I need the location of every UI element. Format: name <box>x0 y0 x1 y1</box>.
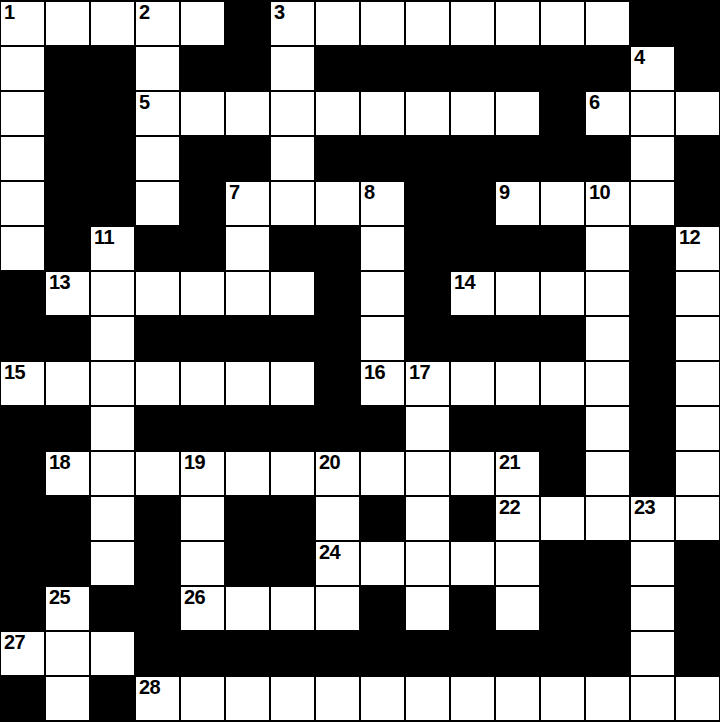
black-cell-r12c13 <box>585 541 630 586</box>
cell-r10c6[interactable] <box>270 451 315 496</box>
black-cell-r13c10 <box>450 586 495 631</box>
cell-r11c7[interactable] <box>315 496 360 541</box>
cell-r0c2[interactable] <box>90 1 135 46</box>
black-cell-r14c4 <box>180 631 225 676</box>
black-cell-r5c4 <box>180 226 225 271</box>
cell-r2c10[interactable] <box>450 91 495 136</box>
black-cell-r3c12 <box>540 136 585 181</box>
black-cell-r6c0 <box>0 271 45 316</box>
cell-r8c13[interactable] <box>585 361 630 406</box>
cell-r12c9[interactable] <box>405 541 450 586</box>
clue-number-14: 14 <box>454 272 475 293</box>
cell-r5c8[interactable] <box>360 226 405 271</box>
black-cell-r7c7 <box>315 316 360 361</box>
black-cell-r1c8 <box>360 46 405 91</box>
cell-r4c11[interactable]: 9 <box>495 181 540 226</box>
cell-r4c5[interactable]: 7 <box>225 181 270 226</box>
black-cell-r7c14 <box>630 316 675 361</box>
clue-number-24: 24 <box>319 542 340 563</box>
black-cell-r4c4 <box>180 181 225 226</box>
black-cell-r6c9 <box>405 271 450 316</box>
black-cell-r11c10 <box>450 496 495 541</box>
clue-number-26: 26 <box>184 587 205 608</box>
black-cell-r14c3 <box>135 631 180 676</box>
cell-r3c6[interactable] <box>270 136 315 181</box>
black-cell-r0c15 <box>675 1 720 46</box>
black-cell-r13c2 <box>90 586 135 631</box>
cell-r11c2[interactable] <box>90 496 135 541</box>
cell-r15c8[interactable] <box>360 676 405 721</box>
cell-r5c2[interactable]: 11 <box>90 226 135 271</box>
black-cell-r11c6 <box>270 496 315 541</box>
cell-r15c12[interactable] <box>540 676 585 721</box>
cell-r6c13[interactable] <box>585 271 630 316</box>
black-cell-r11c8 <box>360 496 405 541</box>
clue-number-1: 1 <box>4 2 15 23</box>
cell-r10c10[interactable] <box>450 451 495 496</box>
black-cell-r13c8 <box>360 586 405 631</box>
crossword-board: 1234567891011121314151617181920212223242… <box>0 0 720 722</box>
cell-r8c2[interactable] <box>90 361 135 406</box>
cell-r6c1[interactable]: 13 <box>45 271 90 316</box>
cell-r15c3[interactable]: 28 <box>135 676 180 721</box>
black-cell-r3c4 <box>180 136 225 181</box>
cell-r8c6[interactable] <box>270 361 315 406</box>
cell-r10c4[interactable]: 19 <box>180 451 225 496</box>
cell-r1c14[interactable]: 4 <box>630 46 675 91</box>
black-cell-r5c6 <box>270 226 315 271</box>
black-cell-r7c12 <box>540 316 585 361</box>
black-cell-r1c11 <box>495 46 540 91</box>
cell-r10c9[interactable] <box>405 451 450 496</box>
cell-r6c2[interactable] <box>90 271 135 316</box>
black-cell-r14c9 <box>405 631 450 676</box>
clue-number-19: 19 <box>184 452 205 473</box>
black-cell-r3c7 <box>315 136 360 181</box>
black-cell-r7c1 <box>45 316 90 361</box>
cell-r6c15[interactable] <box>675 271 720 316</box>
cell-r7c8[interactable] <box>360 316 405 361</box>
black-cell-r1c1 <box>45 46 90 91</box>
black-cell-r7c6 <box>270 316 315 361</box>
cell-r0c12[interactable] <box>540 1 585 46</box>
cell-r2c0[interactable] <box>0 91 45 136</box>
cell-r14c1[interactable] <box>45 631 90 676</box>
clue-number-5: 5 <box>139 92 150 113</box>
cell-r10c15[interactable] <box>675 451 720 496</box>
cell-r5c15[interactable]: 12 <box>675 226 720 271</box>
cell-r13c14[interactable] <box>630 586 675 631</box>
cell-r13c7[interactable] <box>315 586 360 631</box>
black-cell-r12c1 <box>45 541 90 586</box>
cell-r2c7[interactable] <box>315 91 360 136</box>
black-cell-r8c14 <box>630 361 675 406</box>
clue-number-20: 20 <box>319 452 340 473</box>
clue-number-16: 16 <box>364 362 385 383</box>
black-cell-r4c9 <box>405 181 450 226</box>
black-cell-r14c11 <box>495 631 540 676</box>
black-cell-r14c10 <box>450 631 495 676</box>
cell-r15c13[interactable] <box>585 676 630 721</box>
clue-number-25: 25 <box>49 587 70 608</box>
black-cell-r13c13 <box>585 586 630 631</box>
black-cell-r1c2 <box>90 46 135 91</box>
black-cell-r10c12 <box>540 451 585 496</box>
cell-r6c6[interactable] <box>270 271 315 316</box>
black-cell-r4c2 <box>90 181 135 226</box>
cell-r9c2[interactable] <box>90 406 135 451</box>
cell-r12c14[interactable] <box>630 541 675 586</box>
black-cell-r4c15 <box>675 181 720 226</box>
clue-number-23: 23 <box>634 497 655 518</box>
cell-r0c8[interactable] <box>360 1 405 46</box>
black-cell-r9c12 <box>540 406 585 451</box>
black-cell-r5c1 <box>45 226 90 271</box>
cell-r15c14[interactable] <box>630 676 675 721</box>
clue-number-28: 28 <box>139 677 160 698</box>
black-cell-r12c6 <box>270 541 315 586</box>
black-cell-r1c7 <box>315 46 360 91</box>
cell-r0c11[interactable] <box>495 1 540 46</box>
cell-r7c15[interactable] <box>675 316 720 361</box>
black-cell-r12c0 <box>0 541 45 586</box>
black-cell-r10c0 <box>0 451 45 496</box>
clue-number-9: 9 <box>499 182 510 203</box>
black-cell-r3c13 <box>585 136 630 181</box>
black-cell-r11c0 <box>0 496 45 541</box>
cell-r6c12[interactable] <box>540 271 585 316</box>
clue-number-13: 13 <box>49 272 70 293</box>
black-cell-r7c11 <box>495 316 540 361</box>
black-cell-r7c9 <box>405 316 450 361</box>
cell-r14c14[interactable] <box>630 631 675 676</box>
black-cell-r6c14 <box>630 271 675 316</box>
black-cell-r9c4 <box>180 406 225 451</box>
black-cell-r2c1 <box>45 91 90 136</box>
black-cell-r14c13 <box>585 631 630 676</box>
clue-number-15: 15 <box>4 362 25 383</box>
cell-r10c2[interactable] <box>90 451 135 496</box>
black-cell-r11c3 <box>135 496 180 541</box>
cell-r6c10[interactable]: 14 <box>450 271 495 316</box>
cell-r1c6[interactable] <box>270 46 315 91</box>
cell-r8c12[interactable] <box>540 361 585 406</box>
cell-r10c8[interactable] <box>360 451 405 496</box>
clue-number-21: 21 <box>499 452 520 473</box>
cell-r13c6[interactable] <box>270 586 315 631</box>
cell-r2c13[interactable]: 6 <box>585 91 630 136</box>
cell-r0c4[interactable] <box>180 1 225 46</box>
cell-r4c3[interactable] <box>135 181 180 226</box>
black-cell-r5c10 <box>450 226 495 271</box>
clue-number-10: 10 <box>589 182 610 203</box>
black-cell-r1c5 <box>225 46 270 91</box>
cell-r0c9[interactable] <box>405 1 450 46</box>
cell-r6c4[interactable] <box>180 271 225 316</box>
cell-r5c5[interactable] <box>225 226 270 271</box>
black-cell-r3c11 <box>495 136 540 181</box>
cell-r2c11[interactable] <box>495 91 540 136</box>
clue-number-2: 2 <box>139 2 150 23</box>
cell-r11c4[interactable] <box>180 496 225 541</box>
clue-number-11: 11 <box>94 227 114 248</box>
cell-r10c1[interactable]: 18 <box>45 451 90 496</box>
cell-r8c9[interactable]: 17 <box>405 361 450 406</box>
black-cell-r7c5 <box>225 316 270 361</box>
cell-r12c11[interactable] <box>495 541 540 586</box>
cell-r14c2[interactable] <box>90 631 135 676</box>
cell-r7c2[interactable] <box>90 316 135 361</box>
black-cell-r9c0 <box>0 406 45 451</box>
cell-r10c7[interactable]: 20 <box>315 451 360 496</box>
cell-r15c15[interactable] <box>675 676 720 721</box>
cell-r7c13[interactable] <box>585 316 630 361</box>
black-cell-r14c8 <box>360 631 405 676</box>
cell-r15c1[interactable] <box>45 676 90 721</box>
black-cell-r3c1 <box>45 136 90 181</box>
black-cell-r7c3 <box>135 316 180 361</box>
black-cell-r14c12 <box>540 631 585 676</box>
black-cell-r1c10 <box>450 46 495 91</box>
black-cell-r13c12 <box>540 586 585 631</box>
black-cell-r7c4 <box>180 316 225 361</box>
black-cell-r12c15 <box>675 541 720 586</box>
black-cell-r14c6 <box>270 631 315 676</box>
black-cell-r0c5 <box>225 1 270 46</box>
black-cell-r5c14 <box>630 226 675 271</box>
cell-r15c4[interactable] <box>180 676 225 721</box>
black-cell-r1c4 <box>180 46 225 91</box>
black-cell-r15c2 <box>90 676 135 721</box>
black-cell-r14c7 <box>315 631 360 676</box>
cell-r6c3[interactable] <box>135 271 180 316</box>
cell-r8c4[interactable] <box>180 361 225 406</box>
black-cell-r3c10 <box>450 136 495 181</box>
black-cell-r5c7 <box>315 226 360 271</box>
cell-r4c0[interactable] <box>0 181 45 226</box>
cell-r13c9[interactable] <box>405 586 450 631</box>
cell-r10c13[interactable] <box>585 451 630 496</box>
black-cell-r5c12 <box>540 226 585 271</box>
cell-r11c12[interactable] <box>540 496 585 541</box>
cell-r8c15[interactable] <box>675 361 720 406</box>
black-cell-r11c5 <box>225 496 270 541</box>
black-cell-r13c15 <box>675 586 720 631</box>
black-cell-r10c14 <box>630 451 675 496</box>
black-cell-r8c7 <box>315 361 360 406</box>
clue-number-7: 7 <box>229 182 240 203</box>
black-cell-r3c9 <box>405 136 450 181</box>
cell-r11c15[interactable] <box>675 496 720 541</box>
cell-r4c8[interactable]: 8 <box>360 181 405 226</box>
cell-r2c5[interactable] <box>225 91 270 136</box>
black-cell-r9c6 <box>270 406 315 451</box>
black-cell-r9c10 <box>450 406 495 451</box>
cell-r15c7[interactable] <box>315 676 360 721</box>
cell-r12c4[interactable] <box>180 541 225 586</box>
cell-r2c8[interactable] <box>360 91 405 136</box>
clue-number-6: 6 <box>589 92 600 113</box>
black-cell-r12c12 <box>540 541 585 586</box>
cell-r8c11[interactable] <box>495 361 540 406</box>
cell-r8c0[interactable]: 15 <box>0 361 45 406</box>
clue-number-22: 22 <box>499 497 520 518</box>
cell-r3c0[interactable] <box>0 136 45 181</box>
black-cell-r3c15 <box>675 136 720 181</box>
black-cell-r4c1 <box>45 181 90 226</box>
cell-r8c5[interactable] <box>225 361 270 406</box>
cell-r13c4[interactable]: 26 <box>180 586 225 631</box>
cell-r2c4[interactable] <box>180 91 225 136</box>
black-cell-r14c5 <box>225 631 270 676</box>
cell-r4c6[interactable] <box>270 181 315 226</box>
cell-r15c6[interactable] <box>270 676 315 721</box>
cell-r8c1[interactable] <box>45 361 90 406</box>
black-cell-r1c13 <box>585 46 630 91</box>
cell-r15c5[interactable] <box>225 676 270 721</box>
cell-r12c8[interactable] <box>360 541 405 586</box>
cell-r15c11[interactable] <box>495 676 540 721</box>
cell-r1c3[interactable] <box>135 46 180 91</box>
black-cell-r1c9 <box>405 46 450 91</box>
cell-r12c10[interactable] <box>450 541 495 586</box>
cell-r8c10[interactable] <box>450 361 495 406</box>
black-cell-r14c15 <box>675 631 720 676</box>
cell-r8c3[interactable] <box>135 361 180 406</box>
cell-r15c9[interactable] <box>405 676 450 721</box>
cell-r6c8[interactable] <box>360 271 405 316</box>
black-cell-r5c3 <box>135 226 180 271</box>
cell-r0c10[interactable] <box>450 1 495 46</box>
black-cell-r15c0 <box>0 676 45 721</box>
cell-r0c0[interactable]: 1 <box>0 1 45 46</box>
clue-number-18: 18 <box>49 452 70 473</box>
black-cell-r0c14 <box>630 1 675 46</box>
black-cell-r1c12 <box>540 46 585 91</box>
cell-r13c5[interactable] <box>225 586 270 631</box>
cell-r10c3[interactable] <box>135 451 180 496</box>
cell-r5c0[interactable] <box>0 226 45 271</box>
cell-r13c1[interactable]: 25 <box>45 586 90 631</box>
black-cell-r9c8 <box>360 406 405 451</box>
black-cell-r9c11 <box>495 406 540 451</box>
cell-r0c3[interactable]: 2 <box>135 1 180 46</box>
cell-r3c14[interactable] <box>630 136 675 181</box>
cell-r1c0[interactable] <box>0 46 45 91</box>
black-cell-r12c3 <box>135 541 180 586</box>
black-cell-r2c2 <box>90 91 135 136</box>
cell-r12c7[interactable]: 24 <box>315 541 360 586</box>
cell-r9c9[interactable] <box>405 406 450 451</box>
black-cell-r5c11 <box>495 226 540 271</box>
cell-r4c7[interactable] <box>315 181 360 226</box>
clue-number-17: 17 <box>409 362 430 383</box>
clue-number-8: 8 <box>364 182 375 203</box>
cell-r10c11[interactable]: 21 <box>495 451 540 496</box>
cell-r4c13[interactable]: 10 <box>585 181 630 226</box>
cell-r9c13[interactable] <box>585 406 630 451</box>
cell-r4c12[interactable] <box>540 181 585 226</box>
black-cell-r7c10 <box>450 316 495 361</box>
cell-r11c9[interactable] <box>405 496 450 541</box>
clue-number-12: 12 <box>679 227 700 248</box>
cell-r11c14[interactable]: 23 <box>630 496 675 541</box>
black-cell-r6c7 <box>315 271 360 316</box>
cell-r11c11[interactable]: 22 <box>495 496 540 541</box>
black-cell-r13c0 <box>0 586 45 631</box>
black-cell-r9c14 <box>630 406 675 451</box>
cell-r15c10[interactable] <box>450 676 495 721</box>
cell-r4c14[interactable] <box>630 181 675 226</box>
cell-r14c0[interactable]: 27 <box>0 631 45 676</box>
cell-r2c15[interactable] <box>675 91 720 136</box>
black-cell-r3c2 <box>90 136 135 181</box>
cell-r0c1[interactable] <box>45 1 90 46</box>
clue-number-4: 4 <box>634 47 645 68</box>
black-cell-r3c5 <box>225 136 270 181</box>
black-cell-r9c1 <box>45 406 90 451</box>
black-cell-r13c3 <box>135 586 180 631</box>
black-cell-r9c3 <box>135 406 180 451</box>
black-cell-r11c1 <box>45 496 90 541</box>
cell-r12c2[interactable] <box>90 541 135 586</box>
cell-r0c7[interactable] <box>315 1 360 46</box>
cell-r3c3[interactable] <box>135 136 180 181</box>
black-cell-r1c15 <box>675 46 720 91</box>
cell-r9c15[interactable] <box>675 406 720 451</box>
black-cell-r7c0 <box>0 316 45 361</box>
cell-r5c13[interactable] <box>585 226 630 271</box>
black-cell-r9c5 <box>225 406 270 451</box>
cell-r0c6[interactable]: 3 <box>270 1 315 46</box>
cell-r6c11[interactable] <box>495 271 540 316</box>
cell-r11c13[interactable] <box>585 496 630 541</box>
black-cell-r5c9 <box>405 226 450 271</box>
clue-number-27: 27 <box>4 632 25 653</box>
cell-r10c5[interactable] <box>225 451 270 496</box>
cell-r6c5[interactable] <box>225 271 270 316</box>
black-cell-r4c10 <box>450 181 495 226</box>
black-cell-r2c12 <box>540 91 585 136</box>
cell-r2c9[interactable] <box>405 91 450 136</box>
black-cell-r12c5 <box>225 541 270 586</box>
cell-r13c11[interactable] <box>495 586 540 631</box>
cell-r2c6[interactable] <box>270 91 315 136</box>
cell-r2c14[interactable] <box>630 91 675 136</box>
clue-number-3: 3 <box>274 2 285 23</box>
black-cell-r3c8 <box>360 136 405 181</box>
black-cell-r9c7 <box>315 406 360 451</box>
cell-r0c13[interactable] <box>585 1 630 46</box>
cell-r2c3[interactable]: 5 <box>135 91 180 136</box>
cell-r8c8[interactable]: 16 <box>360 361 405 406</box>
